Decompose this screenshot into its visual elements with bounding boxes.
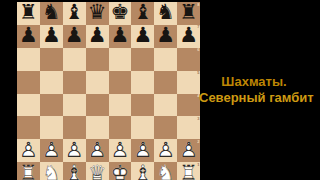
black-pawn-d7: ♟ xyxy=(86,25,109,48)
square-g6 xyxy=(154,48,177,71)
square-e6 xyxy=(109,48,132,71)
white-pawn-f2: ♟♙ xyxy=(131,139,154,162)
rank-label-6: 6 xyxy=(197,48,199,52)
rank-label-8: 8 xyxy=(197,3,199,7)
square-g3 xyxy=(154,116,177,139)
white-rook-a1: ♜♖ xyxy=(17,162,40,180)
white-pawn-c2: ♟♙ xyxy=(63,139,86,162)
chess-board: ♜♞♝♛♚♝♞♜8♟♟♟♟♟♟♟♟76543♟♙♟♙♟♙♟♙♟♙♟♙♟♙♟♙2♜… xyxy=(17,2,200,180)
black-bishop-c8: ♝ xyxy=(63,2,86,25)
square-a7: ♟ xyxy=(17,25,40,48)
white-knight-b1: ♞♘ xyxy=(40,162,63,180)
black-pawn-b7: ♟ xyxy=(40,25,63,48)
square-g4 xyxy=(154,94,177,117)
rank-label-2: 2 xyxy=(197,140,199,144)
square-f8: ♝ xyxy=(131,2,154,25)
square-b1: ♞♘ xyxy=(40,162,63,180)
square-d3 xyxy=(86,116,109,139)
square-b5 xyxy=(40,71,63,94)
square-b8: ♞ xyxy=(40,2,63,25)
square-c8: ♝ xyxy=(63,2,86,25)
black-pawn-a7: ♟ xyxy=(17,25,40,48)
square-a8: ♜ xyxy=(17,2,40,25)
square-f1: ♝♗ xyxy=(131,162,154,180)
white-pawn-a2: ♟♙ xyxy=(17,139,40,162)
square-c6 xyxy=(63,48,86,71)
square-f2: ♟♙ xyxy=(131,139,154,162)
square-e1: ♚♔ xyxy=(109,162,132,180)
white-knight-g1: ♞♘ xyxy=(154,162,177,180)
white-pawn-d2: ♟♙ xyxy=(86,139,109,162)
square-d5 xyxy=(86,71,109,94)
square-b7: ♟ xyxy=(40,25,63,48)
square-f4 xyxy=(131,94,154,117)
black-pawn-e7: ♟ xyxy=(109,25,132,48)
square-e7: ♟ xyxy=(109,25,132,48)
square-b6 xyxy=(40,48,63,71)
caption-line-2: Северный гамбит xyxy=(199,90,309,106)
black-knight-g8: ♞ xyxy=(154,2,177,25)
white-pawn-b2: ♟♙ xyxy=(40,139,63,162)
square-c3 xyxy=(63,116,86,139)
square-c7: ♟ xyxy=(63,25,86,48)
white-bishop-c1: ♝♗ xyxy=(63,162,86,180)
square-d1: ♛♕ xyxy=(86,162,109,180)
square-d8: ♛ xyxy=(86,2,109,25)
square-g5 xyxy=(154,71,177,94)
square-d6 xyxy=(86,48,109,71)
square-g2: ♟♙ xyxy=(154,139,177,162)
caption-line-1: Шахматы. xyxy=(199,74,309,90)
square-a4 xyxy=(17,94,40,117)
square-f3 xyxy=(131,116,154,139)
square-g8: ♞ xyxy=(154,2,177,25)
square-c4 xyxy=(63,94,86,117)
square-h2: ♟♙2 xyxy=(177,139,200,162)
white-bishop-f1: ♝♗ xyxy=(131,162,154,180)
square-a2: ♟♙ xyxy=(17,139,40,162)
square-g7: ♟ xyxy=(154,25,177,48)
white-pawn-e2: ♟♙ xyxy=(109,139,132,162)
square-c1: ♝♗ xyxy=(63,162,86,180)
white-queen-d1: ♛♕ xyxy=(86,162,109,180)
black-pawn-c7: ♟ xyxy=(63,25,86,48)
black-pawn-g7: ♟ xyxy=(154,25,177,48)
square-f5 xyxy=(131,71,154,94)
rank-label-3: 3 xyxy=(197,117,199,121)
square-e3 xyxy=(109,116,132,139)
square-d7: ♟ xyxy=(86,25,109,48)
square-c2: ♟♙ xyxy=(63,139,86,162)
square-a5 xyxy=(17,71,40,94)
square-g1: ♞♘ xyxy=(154,162,177,180)
square-e2: ♟♙ xyxy=(109,139,132,162)
square-d2: ♟♙ xyxy=(86,139,109,162)
square-a3 xyxy=(17,116,40,139)
square-h7: ♟7 xyxy=(177,25,200,48)
square-e4 xyxy=(109,94,132,117)
black-rook-a8: ♜ xyxy=(17,2,40,25)
square-b3 xyxy=(40,116,63,139)
square-a6 xyxy=(17,48,40,71)
rank-label-7: 7 xyxy=(197,25,199,29)
square-b2: ♟♙ xyxy=(40,139,63,162)
video-thumbnail: ♜♞♝♛♚♝♞♜8♟♟♟♟♟♟♟♟76543♟♙♟♙♟♙♟♙♟♙♟♙♟♙♟♙2♜… xyxy=(0,0,320,180)
square-e8: ♚ xyxy=(109,2,132,25)
square-f6 xyxy=(131,48,154,71)
black-king-e8: ♚ xyxy=(109,2,132,25)
square-h5: 5 xyxy=(177,71,200,94)
white-king-e1: ♚♔ xyxy=(109,162,132,180)
square-e5 xyxy=(109,71,132,94)
square-h6: 6 xyxy=(177,48,200,71)
square-h4: 4 xyxy=(177,94,200,117)
square-h1: ♜♖1 xyxy=(177,162,200,180)
black-pawn-f7: ♟ xyxy=(131,25,154,48)
square-c5 xyxy=(63,71,86,94)
square-f7: ♟ xyxy=(131,25,154,48)
square-h3: 3 xyxy=(177,116,200,139)
black-knight-b8: ♞ xyxy=(40,2,63,25)
black-queen-d8: ♛ xyxy=(86,2,109,25)
square-a1: ♜♖ xyxy=(17,162,40,180)
square-h8: ♜8 xyxy=(177,2,200,25)
black-bishop-f8: ♝ xyxy=(131,2,154,25)
square-b4 xyxy=(40,94,63,117)
white-pawn-g2: ♟♙ xyxy=(154,139,177,162)
square-d4 xyxy=(86,94,109,117)
caption: Шахматы. Северный гамбит xyxy=(199,74,309,106)
rank-label-1: 1 xyxy=(197,163,199,167)
